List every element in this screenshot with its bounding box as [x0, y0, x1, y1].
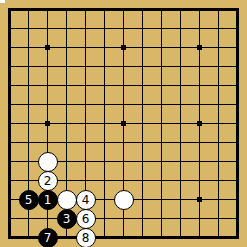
grid-line-vertical: [236, 8, 239, 239]
white-stone-move-8: 8: [76, 228, 96, 247]
white-stone-move-6: 6: [76, 209, 96, 229]
black-stone-move-5: 5: [19, 190, 39, 210]
grid-line-vertical: [218, 8, 220, 239]
stone-move-number: 4: [82, 193, 90, 205]
star-point: [197, 197, 202, 202]
page-corner-artifact: [0, 0, 5, 3]
white-stone: [114, 190, 134, 210]
grid-line-vertical: [180, 8, 182, 239]
go-board[interactable]: 25143678: [0, 0, 247, 247]
black-stone-move-3: 3: [57, 209, 77, 229]
star-point: [121, 45, 126, 50]
go-diagram-page: 25143678: [0, 0, 247, 247]
white-stone-move-4: 4: [76, 190, 96, 210]
black-stone-move-1: 1: [38, 190, 58, 210]
stone-move-number: 2: [44, 174, 52, 186]
star-point: [45, 121, 50, 126]
white-stone-move-2: 2: [38, 171, 58, 191]
stone-move-number: 8: [82, 231, 90, 243]
stone-move-number: 5: [25, 193, 33, 205]
white-stone: [57, 190, 77, 210]
white-stone: [38, 152, 58, 172]
black-stone-move-7: 7: [38, 228, 58, 247]
stone-move-number: 1: [44, 193, 52, 205]
star-point: [45, 45, 50, 50]
stone-move-number: 7: [44, 231, 52, 243]
grid-line-horizontal: [8, 142, 239, 144]
star-point: [197, 45, 202, 50]
stone-move-number: 3: [63, 212, 71, 224]
star-point: [197, 121, 202, 126]
stone-move-number: 6: [82, 212, 90, 224]
grid-line-horizontal: [8, 218, 239, 220]
star-point: [121, 121, 126, 126]
grid-line-vertical: [161, 8, 163, 239]
grid-line-vertical: [142, 8, 144, 239]
